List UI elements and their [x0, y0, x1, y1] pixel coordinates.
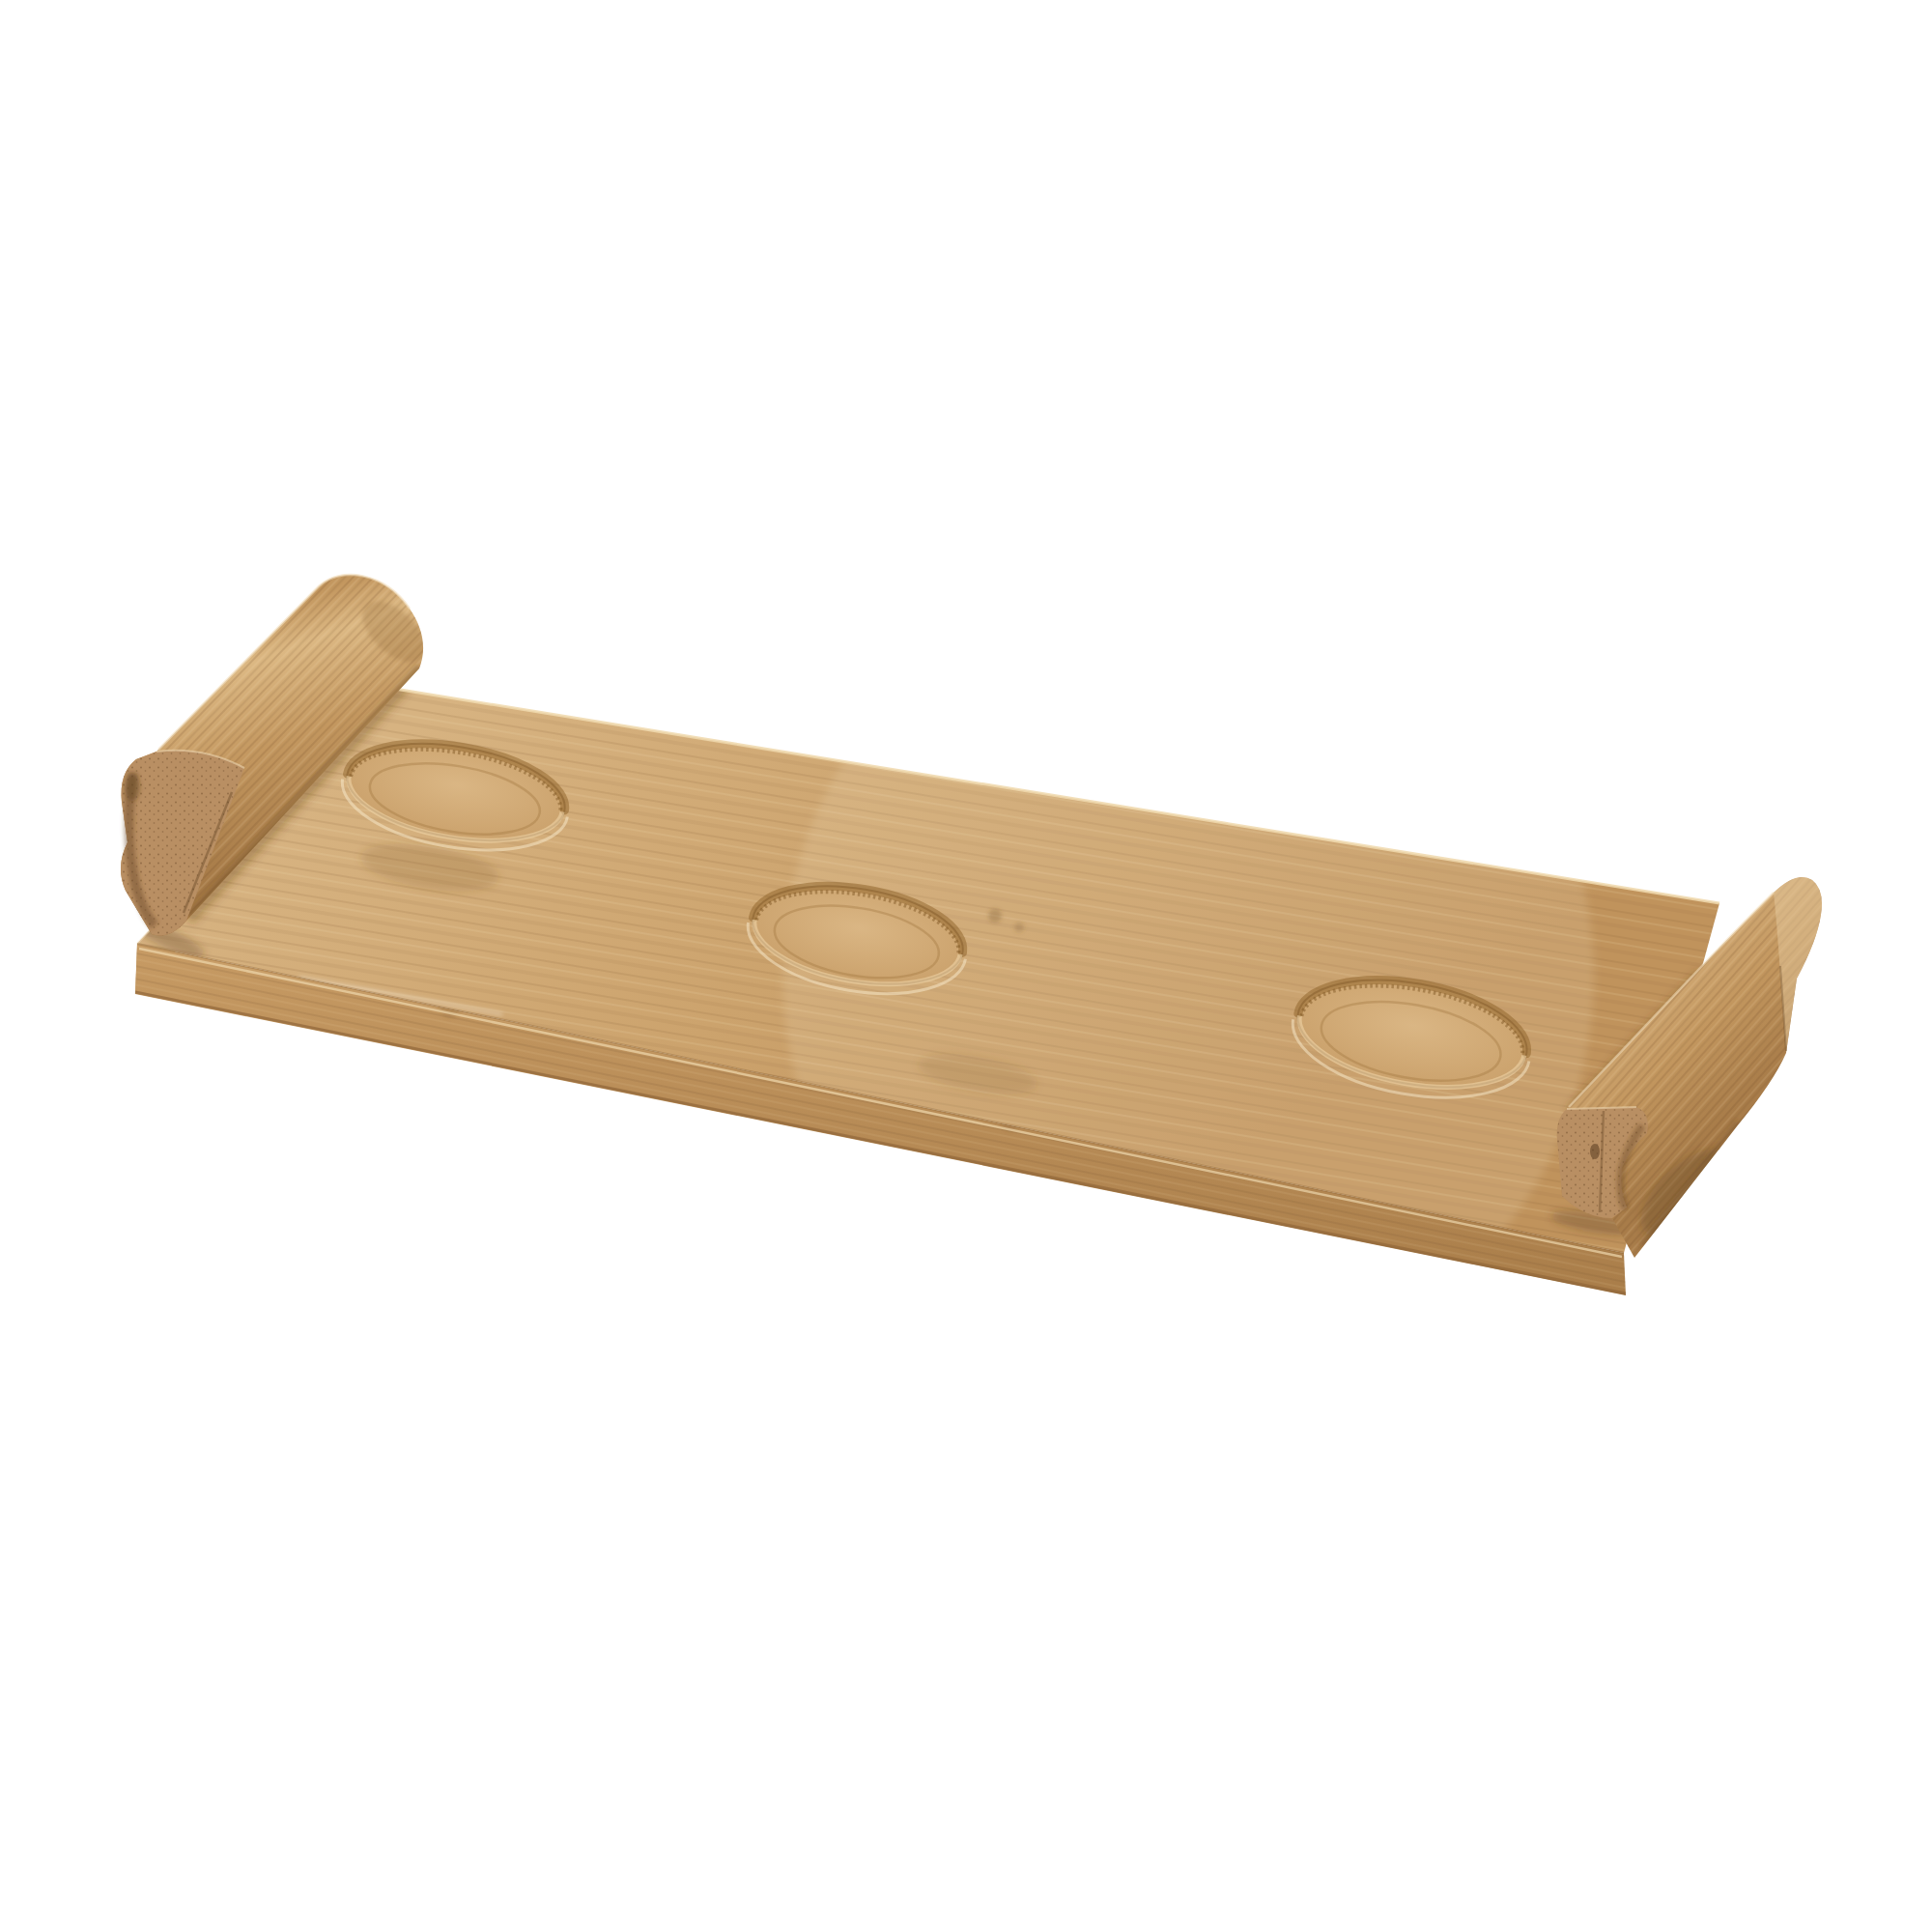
photo-canvas: Bamboo serving tray photographed at a th…: [0, 0, 1932, 1932]
wood-knot-2: [1014, 923, 1024, 932]
right-end-grain-knot: [1590, 1144, 1600, 1159]
wood-knot-1: [988, 909, 1002, 923]
left-end-grain-notch-shadow: [125, 774, 140, 801]
bamboo-tray-photo: Bamboo serving tray photographed at a th…: [0, 0, 1932, 1932]
